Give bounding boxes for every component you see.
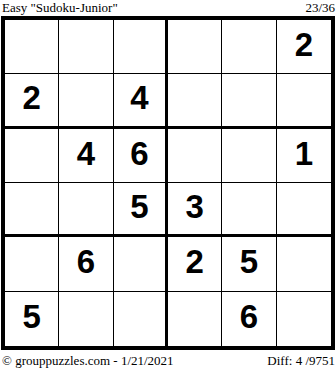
given-digit: 6	[240, 300, 258, 333]
cell-r2c3[interactable]: 4	[114, 74, 168, 128]
given-digit: 1	[295, 137, 313, 170]
cell-r6c5[interactable]: 6	[222, 292, 276, 346]
cell-r3c6[interactable]: 1	[277, 129, 331, 183]
cell-r1c3[interactable]	[114, 20, 168, 74]
given-digit: 4	[77, 137, 95, 170]
cell-r4c6[interactable]	[277, 183, 331, 237]
footer: © grouppuzzles.com - 1/21/2021 Diff: 4 /…	[2, 352, 335, 369]
puzzle-title: Easy "Sudoku-Junior"	[2, 0, 118, 15]
given-digit: 5	[240, 245, 258, 278]
puzzle-counter: 23/36	[305, 0, 336, 15]
given-digit: 4	[130, 81, 148, 114]
cell-r5c1[interactable]	[5, 237, 59, 291]
cell-r6c2[interactable]	[59, 292, 113, 346]
cell-r4c2[interactable]	[59, 183, 113, 237]
cell-r3c3[interactable]: 6	[114, 129, 168, 183]
cell-r5c6[interactable]	[277, 237, 331, 291]
given-digit: 5	[130, 190, 148, 223]
cell-r4c4[interactable]: 3	[168, 183, 222, 237]
cell-r3c5[interactable]	[222, 129, 276, 183]
sudoku-board: 2244615362556	[1, 16, 335, 350]
cell-r3c2[interactable]: 4	[59, 129, 113, 183]
cell-r2c4[interactable]	[168, 74, 222, 128]
given-digit: 6	[77, 245, 95, 278]
cell-r3c4[interactable]	[168, 129, 222, 183]
given-digit: 3	[185, 190, 203, 223]
cell-r2c1[interactable]: 2	[5, 74, 59, 128]
cell-r1c2[interactable]	[59, 20, 113, 74]
given-digit: 6	[130, 137, 148, 170]
cell-r1c6[interactable]: 2	[277, 20, 331, 74]
cell-r2c5[interactable]	[222, 74, 276, 128]
cell-r4c3[interactable]: 5	[114, 183, 168, 237]
difficulty-text: Diff: 4 /9751	[267, 353, 335, 369]
cell-r6c6[interactable]	[277, 292, 331, 346]
cell-r2c6[interactable]	[277, 74, 331, 128]
copyright-text: © grouppuzzles.com - 1/21/2021	[2, 353, 174, 369]
cell-r4c5[interactable]	[222, 183, 276, 237]
cell-r5c2[interactable]: 6	[59, 237, 113, 291]
cell-r3c1[interactable]	[5, 129, 59, 183]
cell-r5c4[interactable]: 2	[168, 237, 222, 291]
cell-r6c4[interactable]	[168, 292, 222, 346]
cell-r2c2[interactable]	[59, 74, 113, 128]
cell-r1c4[interactable]	[168, 20, 222, 74]
header: Easy "Sudoku-Junior" 23/36	[2, 0, 336, 16]
puzzle-page: Easy "Sudoku-Junior" 23/36 2244615362556…	[0, 0, 336, 370]
given-digit: 2	[295, 28, 313, 61]
cell-r5c3[interactable]	[114, 237, 168, 291]
given-digit: 2	[185, 245, 203, 278]
cell-r5c5[interactable]: 5	[222, 237, 276, 291]
cell-r4c1[interactable]	[5, 183, 59, 237]
given-digit: 5	[22, 300, 40, 333]
cell-r6c3[interactable]	[114, 292, 168, 346]
cell-r6c1[interactable]: 5	[5, 292, 59, 346]
given-digit: 2	[22, 81, 40, 114]
cell-r1c1[interactable]	[5, 20, 59, 74]
cell-r1c5[interactable]	[222, 20, 276, 74]
